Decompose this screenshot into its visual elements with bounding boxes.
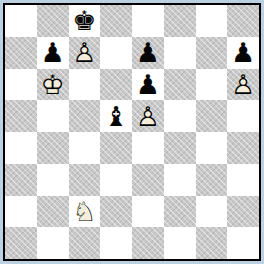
square-c7[interactable]: ♟ <box>69 37 101 69</box>
square-d3[interactable] <box>100 164 132 196</box>
square-g6[interactable] <box>196 69 228 101</box>
white-pawn[interactable]: ♟ <box>231 71 255 98</box>
square-e6[interactable]: ♟ <box>132 69 164 101</box>
square-c2[interactable]: ♞ <box>69 196 101 228</box>
square-a5[interactable] <box>5 100 37 132</box>
square-a8[interactable] <box>5 5 37 37</box>
square-f5[interactable] <box>164 100 196 132</box>
square-f4[interactable] <box>164 132 196 164</box>
square-d1[interactable] <box>100 227 132 259</box>
square-f8[interactable] <box>164 5 196 37</box>
black-king[interactable]: ♚ <box>72 7 96 34</box>
square-g7[interactable] <box>196 37 228 69</box>
square-b4[interactable] <box>37 132 69 164</box>
chess-board: ♚♟♟♟♟♚♟♟♝♟♞ <box>5 5 259 259</box>
square-f2[interactable] <box>164 196 196 228</box>
square-g4[interactable] <box>196 132 228 164</box>
square-b1[interactable] <box>37 227 69 259</box>
square-h8[interactable] <box>227 5 259 37</box>
square-c6[interactable] <box>69 69 101 101</box>
white-king[interactable]: ♚ <box>41 71 65 98</box>
square-e7[interactable]: ♟ <box>132 37 164 69</box>
square-b6[interactable]: ♚ <box>37 69 69 101</box>
square-g8[interactable] <box>196 5 228 37</box>
black-bishop[interactable]: ♝ <box>104 103 128 130</box>
square-g2[interactable] <box>196 196 228 228</box>
square-a6[interactable] <box>5 69 37 101</box>
square-h5[interactable] <box>227 100 259 132</box>
square-c5[interactable] <box>69 100 101 132</box>
black-pawn[interactable]: ♟ <box>231 39 255 66</box>
square-b7[interactable]: ♟ <box>37 37 69 69</box>
square-f3[interactable] <box>164 164 196 196</box>
square-f7[interactable] <box>164 37 196 69</box>
square-b5[interactable] <box>37 100 69 132</box>
square-d7[interactable] <box>100 37 132 69</box>
square-h6[interactable]: ♟ <box>227 69 259 101</box>
black-pawn[interactable]: ♟ <box>136 39 160 66</box>
square-g1[interactable] <box>196 227 228 259</box>
white-pawn[interactable]: ♟ <box>136 103 160 130</box>
square-d2[interactable] <box>100 196 132 228</box>
board-frame: ♚♟♟♟♟♚♟♟♝♟♞ <box>3 3 261 261</box>
square-e8[interactable] <box>132 5 164 37</box>
square-d4[interactable] <box>100 132 132 164</box>
square-b3[interactable] <box>37 164 69 196</box>
square-h4[interactable] <box>227 132 259 164</box>
square-d6[interactable] <box>100 69 132 101</box>
square-a1[interactable] <box>5 227 37 259</box>
square-a4[interactable] <box>5 132 37 164</box>
white-knight[interactable]: ♞ <box>72 198 96 225</box>
square-a7[interactable] <box>5 37 37 69</box>
square-h3[interactable] <box>227 164 259 196</box>
square-b8[interactable] <box>37 5 69 37</box>
black-pawn[interactable]: ♟ <box>136 71 160 98</box>
square-c3[interactable] <box>69 164 101 196</box>
square-e5[interactable]: ♟ <box>132 100 164 132</box>
square-a3[interactable] <box>5 164 37 196</box>
square-d8[interactable] <box>100 5 132 37</box>
square-c1[interactable] <box>69 227 101 259</box>
square-h1[interactable] <box>227 227 259 259</box>
square-g5[interactable] <box>196 100 228 132</box>
square-h2[interactable] <box>227 196 259 228</box>
window-background: ♚♟♟♟♟♚♟♟♝♟♞ <box>0 0 264 264</box>
square-b2[interactable] <box>37 196 69 228</box>
square-c8[interactable]: ♚ <box>69 5 101 37</box>
square-a2[interactable] <box>5 196 37 228</box>
square-e2[interactable] <box>132 196 164 228</box>
white-pawn[interactable]: ♟ <box>72 39 96 66</box>
square-d5[interactable]: ♝ <box>100 100 132 132</box>
black-pawn[interactable]: ♟ <box>41 39 65 66</box>
square-f6[interactable] <box>164 69 196 101</box>
square-c4[interactable] <box>69 132 101 164</box>
square-h7[interactable]: ♟ <box>227 37 259 69</box>
square-g3[interactable] <box>196 164 228 196</box>
square-e4[interactable] <box>132 132 164 164</box>
square-e3[interactable] <box>132 164 164 196</box>
square-f1[interactable] <box>164 227 196 259</box>
square-e1[interactable] <box>132 227 164 259</box>
